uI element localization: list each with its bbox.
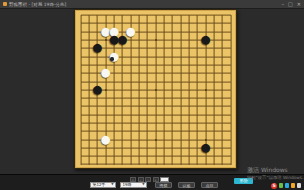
board-intersection[interactable]: [110, 135, 118, 143]
board-intersection[interactable]: [118, 135, 126, 143]
board-intersection[interactable]: [135, 135, 143, 143]
board-intersection[interactable]: [143, 28, 151, 36]
board-intersection[interactable]: [135, 44, 143, 52]
board-intersection[interactable]: [126, 127, 134, 135]
board-intersection[interactable]: [151, 11, 159, 19]
board-intersection[interactable]: [85, 44, 93, 52]
board-intersection[interactable]: [126, 160, 134, 168]
board-intersection[interactable]: [151, 152, 159, 160]
board-intersection[interactable]: [77, 111, 85, 119]
board-intersection[interactable]: [160, 69, 168, 77]
board-intersection[interactable]: [176, 69, 184, 77]
board-intersection[interactable]: [176, 86, 184, 94]
board-intersection[interactable]: [85, 127, 93, 135]
board-intersection[interactable]: [110, 77, 118, 85]
move-input[interactable]: [160, 177, 169, 182]
board-intersection[interactable]: [226, 69, 234, 77]
board-intersection[interactable]: [118, 61, 126, 69]
board-intersection[interactable]: [226, 44, 234, 52]
input-method-icon[interactable]: S: [271, 183, 277, 189]
board-intersection[interactable]: [226, 111, 234, 119]
board-intersection[interactable]: [218, 144, 226, 152]
board-intersection[interactable]: [176, 135, 184, 143]
board-intersection[interactable]: [168, 77, 176, 85]
board-intersection[interactable]: [135, 11, 143, 19]
tray-icon[interactable]: [285, 183, 290, 188]
board-intersection[interactable]: [151, 102, 159, 110]
board-intersection[interactable]: [151, 94, 159, 102]
nav-button[interactable]: »: [153, 177, 159, 182]
board-intersection[interactable]: [176, 19, 184, 27]
board-intersection[interactable]: [93, 61, 101, 69]
board-intersection[interactable]: [176, 94, 184, 102]
board-intersection[interactable]: [210, 152, 218, 160]
board-intersection[interactable]: [218, 61, 226, 69]
board-intersection[interactable]: [135, 77, 143, 85]
board-intersection[interactable]: [226, 127, 234, 135]
board-intersection[interactable]: [218, 111, 226, 119]
board-intersection[interactable]: [110, 144, 118, 152]
board-intersection[interactable]: [126, 44, 134, 52]
board-intersection[interactable]: [226, 19, 234, 27]
board-intersection[interactable]: [185, 52, 193, 60]
board-intersection[interactable]: [118, 127, 126, 135]
board-intersection[interactable]: [176, 144, 184, 152]
board-intersection[interactable]: [143, 160, 151, 168]
board-intersection[interactable]: [193, 160, 201, 168]
board-intersection[interactable]: [168, 160, 176, 168]
board-intersection[interactable]: [193, 44, 201, 52]
board-intersection[interactable]: [185, 152, 193, 160]
board-intersection[interactable]: ●: [118, 36, 126, 44]
board-intersection[interactable]: [176, 61, 184, 69]
board-intersection[interactable]: [118, 144, 126, 152]
board-intersection[interactable]: ●: [126, 28, 134, 36]
board-intersection[interactable]: [135, 28, 143, 36]
board-intersection[interactable]: [118, 69, 126, 77]
board-intersection[interactable]: [93, 160, 101, 168]
board-intersection[interactable]: [185, 111, 193, 119]
board-intersection[interactable]: [101, 102, 109, 110]
board-intersection[interactable]: [168, 61, 176, 69]
board-intersection[interactable]: [118, 119, 126, 127]
board-intersection[interactable]: [176, 160, 184, 168]
board-intersection[interactable]: [101, 94, 109, 102]
board-intersection[interactable]: [93, 94, 101, 102]
board-intersection[interactable]: [151, 119, 159, 127]
board-intersection[interactable]: [101, 127, 109, 135]
board-intersection[interactable]: [185, 119, 193, 127]
board-intersection[interactable]: [210, 94, 218, 102]
board-intersection[interactable]: [85, 28, 93, 36]
board-intersection[interactable]: [210, 111, 218, 119]
board-intersection[interactable]: [160, 11, 168, 19]
board-intersection[interactable]: [201, 86, 209, 94]
board-intersection[interactable]: [193, 144, 201, 152]
board-intersection[interactable]: [151, 28, 159, 36]
board-intersection[interactable]: [101, 86, 109, 94]
board-intersection[interactable]: [218, 19, 226, 27]
board-intersection[interactable]: [226, 28, 234, 36]
board-intersection[interactable]: [110, 11, 118, 19]
board-intersection[interactable]: [201, 152, 209, 160]
board-intersection[interactable]: [160, 119, 168, 127]
board-intersection[interactable]: [101, 19, 109, 27]
board-intersection[interactable]: [151, 44, 159, 52]
board-intersection[interactable]: [201, 135, 209, 143]
board-intersection[interactable]: [85, 135, 93, 143]
board-intersection[interactable]: [135, 86, 143, 94]
board-intersection[interactable]: [85, 11, 93, 19]
board-intersection[interactable]: [126, 102, 134, 110]
board-intersection[interactable]: ●: [110, 52, 118, 60]
board-intersection[interactable]: [93, 28, 101, 36]
board-intersection[interactable]: [185, 28, 193, 36]
board-intersection[interactable]: [151, 61, 159, 69]
board-intersection[interactable]: [218, 52, 226, 60]
board-intersection[interactable]: [77, 11, 85, 19]
board-intersection[interactable]: [85, 102, 93, 110]
board-intersection[interactable]: [93, 69, 101, 77]
board-intersection[interactable]: ●: [101, 135, 109, 143]
board-intersection[interactable]: [126, 119, 134, 127]
board-intersection[interactable]: [110, 61, 118, 69]
board-intersection[interactable]: [226, 160, 234, 168]
board-intersection[interactable]: [218, 119, 226, 127]
board-intersection[interactable]: [218, 86, 226, 94]
tray-icon[interactable]: [279, 183, 284, 188]
board-intersection[interactable]: [77, 160, 85, 168]
board-intersection[interactable]: [168, 36, 176, 44]
board-intersection[interactable]: [135, 61, 143, 69]
board-intersection[interactable]: [93, 144, 101, 152]
board-intersection[interactable]: [126, 144, 134, 152]
board-intersection[interactable]: [93, 11, 101, 19]
board-intersection[interactable]: [226, 102, 234, 110]
board-intersection[interactable]: [85, 152, 93, 160]
move-number-dropdown[interactable]: 第12手 ▼: [90, 182, 116, 188]
board-intersection[interactable]: [77, 94, 85, 102]
board-intersection[interactable]: [201, 94, 209, 102]
board-intersection[interactable]: [126, 77, 134, 85]
board-intersection[interactable]: [85, 94, 93, 102]
board-intersection[interactable]: [151, 144, 159, 152]
board-intersection[interactable]: [210, 11, 218, 19]
board-intersection[interactable]: [118, 28, 126, 36]
board-intersection[interactable]: [77, 19, 85, 27]
board-intersection[interactable]: [210, 69, 218, 77]
board-intersection[interactable]: ●: [101, 69, 109, 77]
board-intersection[interactable]: [101, 111, 109, 119]
board-intersection[interactable]: [118, 86, 126, 94]
board-intersection[interactable]: [160, 102, 168, 110]
board-intersection[interactable]: [185, 102, 193, 110]
board-intersection[interactable]: [143, 102, 151, 110]
board-intersection[interactable]: [85, 119, 93, 127]
board-intersection[interactable]: [143, 152, 151, 160]
board-intersection[interactable]: [160, 94, 168, 102]
undo-button[interactable]: 悔棋: [155, 182, 172, 188]
board-intersection[interactable]: [135, 144, 143, 152]
board-intersection[interactable]: [85, 52, 93, 60]
board-intersection[interactable]: [160, 44, 168, 52]
board-intersection[interactable]: [168, 144, 176, 152]
board-intersection[interactable]: [85, 19, 93, 27]
board-intersection[interactable]: [168, 111, 176, 119]
board-intersection[interactable]: [85, 61, 93, 69]
board-intersection[interactable]: [185, 11, 193, 19]
board-intersection[interactable]: [210, 44, 218, 52]
board-intersection[interactable]: [126, 111, 134, 119]
board-intersection[interactable]: [151, 111, 159, 119]
board-intersection[interactable]: [185, 86, 193, 94]
board-intersection[interactable]: [210, 86, 218, 94]
board-intersection[interactable]: [93, 127, 101, 135]
board-intersection[interactable]: [135, 127, 143, 135]
board-intersection[interactable]: [93, 19, 101, 27]
board-intersection[interactable]: [193, 19, 201, 27]
board-intersection[interactable]: [193, 119, 201, 127]
board-intersection[interactable]: [185, 135, 193, 143]
board-intersection[interactable]: [77, 135, 85, 143]
board-intersection[interactable]: ●: [201, 144, 209, 152]
board-intersection[interactable]: [168, 11, 176, 19]
board-intersection[interactable]: [201, 77, 209, 85]
board-intersection[interactable]: [110, 111, 118, 119]
board-intersection[interactable]: [85, 77, 93, 85]
board-intersection[interactable]: [193, 152, 201, 160]
board-intersection[interactable]: [126, 52, 134, 60]
board-intersection[interactable]: [201, 127, 209, 135]
board-intersection[interactable]: [193, 135, 201, 143]
board-intersection[interactable]: [151, 36, 159, 44]
board-intersection[interactable]: [135, 94, 143, 102]
board-intersection[interactable]: [226, 52, 234, 60]
board-intersection[interactable]: [218, 94, 226, 102]
board-intersection[interactable]: [201, 69, 209, 77]
board-intersection[interactable]: ●: [93, 44, 101, 52]
board-intersection[interactable]: [185, 44, 193, 52]
board-intersection[interactable]: [151, 19, 159, 27]
board-intersection[interactable]: [160, 111, 168, 119]
board-intersection[interactable]: [110, 19, 118, 27]
board-intersection[interactable]: [176, 152, 184, 160]
board-intersection[interactable]: [118, 111, 126, 119]
board-intersection[interactable]: [101, 52, 109, 60]
board-intersection[interactable]: [93, 77, 101, 85]
board-intersection[interactable]: [218, 127, 226, 135]
board-intersection[interactable]: [201, 102, 209, 110]
board-intersection[interactable]: [226, 152, 234, 160]
board-intersection[interactable]: [176, 111, 184, 119]
board-intersection[interactable]: [77, 61, 85, 69]
board-intersection[interactable]: [176, 11, 184, 19]
board-intersection[interactable]: [135, 102, 143, 110]
board-intersection[interactable]: [126, 69, 134, 77]
board-intersection[interactable]: [201, 61, 209, 69]
board-intersection[interactable]: [93, 111, 101, 119]
board-intersection[interactable]: [118, 152, 126, 160]
board-intersection[interactable]: [110, 119, 118, 127]
board-intersection[interactable]: [110, 86, 118, 94]
board-intersection[interactable]: [160, 152, 168, 160]
board-intersection[interactable]: [168, 69, 176, 77]
board-intersection[interactable]: [176, 36, 184, 44]
go-board[interactable]: ●●●●●●●●●●●●: [74, 9, 237, 169]
board-intersection[interactable]: [126, 86, 134, 94]
board-intersection[interactable]: [85, 36, 93, 44]
board-intersection[interactable]: ●: [201, 36, 209, 44]
board-intersection[interactable]: [185, 94, 193, 102]
board-intersection[interactable]: [85, 86, 93, 94]
board-intersection[interactable]: [226, 144, 234, 152]
board-intersection[interactable]: [135, 119, 143, 127]
board-intersection[interactable]: [93, 102, 101, 110]
board-intersection[interactable]: [193, 69, 201, 77]
board-size-dropdown[interactable]: 19路 ▼: [120, 182, 147, 188]
board-intersection[interactable]: [168, 127, 176, 135]
board-intersection[interactable]: [135, 69, 143, 77]
board-intersection[interactable]: [210, 135, 218, 143]
board-intersection[interactable]: [210, 160, 218, 168]
board-intersection[interactable]: [143, 119, 151, 127]
board-intersection[interactable]: [126, 36, 134, 44]
board-intersection[interactable]: [118, 11, 126, 19]
board-intersection[interactable]: [210, 127, 218, 135]
board-intersection[interactable]: [135, 19, 143, 27]
board-intersection[interactable]: [226, 119, 234, 127]
board-intersection[interactable]: [168, 94, 176, 102]
board-intersection[interactable]: [110, 102, 118, 110]
board-intersection[interactable]: [151, 86, 159, 94]
board-intersection[interactable]: [77, 86, 85, 94]
board-intersection[interactable]: [226, 86, 234, 94]
board-intersection[interactable]: [101, 119, 109, 127]
board-intersection[interactable]: [110, 69, 118, 77]
board-intersection[interactable]: [151, 127, 159, 135]
board-intersection[interactable]: [193, 61, 201, 69]
minimize-button[interactable]: –: [282, 1, 285, 8]
board-intersection[interactable]: [77, 52, 85, 60]
board-intersection[interactable]: [110, 127, 118, 135]
board-intersection[interactable]: [193, 52, 201, 60]
board-intersection[interactable]: [126, 94, 134, 102]
board-intersection[interactable]: [210, 119, 218, 127]
maximize-button[interactable]: □: [288, 1, 293, 8]
board-intersection[interactable]: [101, 11, 109, 19]
board-intersection[interactable]: [101, 61, 109, 69]
board-intersection[interactable]: [185, 77, 193, 85]
board-intersection[interactable]: [168, 102, 176, 110]
tray-icon[interactable]: [291, 183, 296, 188]
board-intersection[interactable]: [143, 69, 151, 77]
board-intersection[interactable]: [118, 94, 126, 102]
board-intersection[interactable]: [210, 77, 218, 85]
board-intersection[interactable]: [93, 36, 101, 44]
board-intersection[interactable]: [226, 135, 234, 143]
board-intersection[interactable]: [193, 111, 201, 119]
board-intersection[interactable]: [210, 144, 218, 152]
board-intersection[interactable]: [226, 77, 234, 85]
board-intersection[interactable]: [201, 52, 209, 60]
board-intersection[interactable]: [160, 61, 168, 69]
board-intersection[interactable]: [77, 69, 85, 77]
board-intersection[interactable]: [126, 11, 134, 19]
board-intersection[interactable]: [168, 44, 176, 52]
board-intersection[interactable]: [85, 69, 93, 77]
board-intersection[interactable]: [160, 127, 168, 135]
board-intersection[interactable]: [226, 36, 234, 44]
board-intersection[interactable]: [77, 36, 85, 44]
board-intersection[interactable]: [160, 77, 168, 85]
board-intersection[interactable]: [201, 119, 209, 127]
board-intersection[interactable]: [151, 69, 159, 77]
board-intersection[interactable]: [168, 52, 176, 60]
board-intersection[interactable]: [101, 160, 109, 168]
board-intersection[interactable]: [218, 36, 226, 44]
board-intersection[interactable]: [176, 28, 184, 36]
board-intersection[interactable]: [210, 28, 218, 36]
board-intersection[interactable]: [126, 19, 134, 27]
board-intersection[interactable]: [135, 152, 143, 160]
board-intersection[interactable]: [201, 11, 209, 19]
board-intersection[interactable]: [193, 11, 201, 19]
board-intersection[interactable]: [77, 102, 85, 110]
board-intersection[interactable]: [118, 102, 126, 110]
board-intersection[interactable]: [210, 102, 218, 110]
board-intersection[interactable]: ●: [101, 28, 109, 36]
board-intersection[interactable]: [143, 94, 151, 102]
board-intersection[interactable]: [168, 28, 176, 36]
board-intersection[interactable]: [201, 28, 209, 36]
board-intersection[interactable]: [143, 19, 151, 27]
board-intersection[interactable]: [210, 36, 218, 44]
board-intersection[interactable]: [135, 36, 143, 44]
board-intersection[interactable]: [143, 135, 151, 143]
board-intersection[interactable]: [118, 44, 126, 52]
board-intersection[interactable]: [143, 144, 151, 152]
board-intersection[interactable]: ●: [110, 28, 118, 36]
board-intersection[interactable]: [143, 111, 151, 119]
board-intersection[interactable]: [151, 160, 159, 168]
board-intersection[interactable]: [143, 44, 151, 52]
board-intersection[interactable]: [176, 52, 184, 60]
board-intersection[interactable]: [201, 19, 209, 27]
board-intersection[interactable]: [110, 160, 118, 168]
board-intersection[interactable]: [93, 119, 101, 127]
board-intersection[interactable]: [160, 52, 168, 60]
tray-icon[interactable]: [297, 183, 302, 188]
board-intersection[interactable]: [201, 111, 209, 119]
board-intersection[interactable]: [176, 77, 184, 85]
board-intersection[interactable]: [118, 19, 126, 27]
board-intersection[interactable]: [77, 44, 85, 52]
board-intersection[interactable]: [110, 152, 118, 160]
board-intersection[interactable]: [168, 119, 176, 127]
board-intersection[interactable]: [176, 44, 184, 52]
board-intersection[interactable]: [151, 52, 159, 60]
board-intersection[interactable]: [93, 52, 101, 60]
board-intersection[interactable]: [143, 86, 151, 94]
board-intersection[interactable]: [143, 11, 151, 19]
board-intersection[interactable]: [185, 19, 193, 27]
board-intersection[interactable]: [185, 127, 193, 135]
board-intersection[interactable]: [160, 28, 168, 36]
board-intersection[interactable]: [135, 111, 143, 119]
board-intersection[interactable]: [218, 44, 226, 52]
board-intersection[interactable]: [143, 36, 151, 44]
board-intersection[interactable]: [218, 152, 226, 160]
